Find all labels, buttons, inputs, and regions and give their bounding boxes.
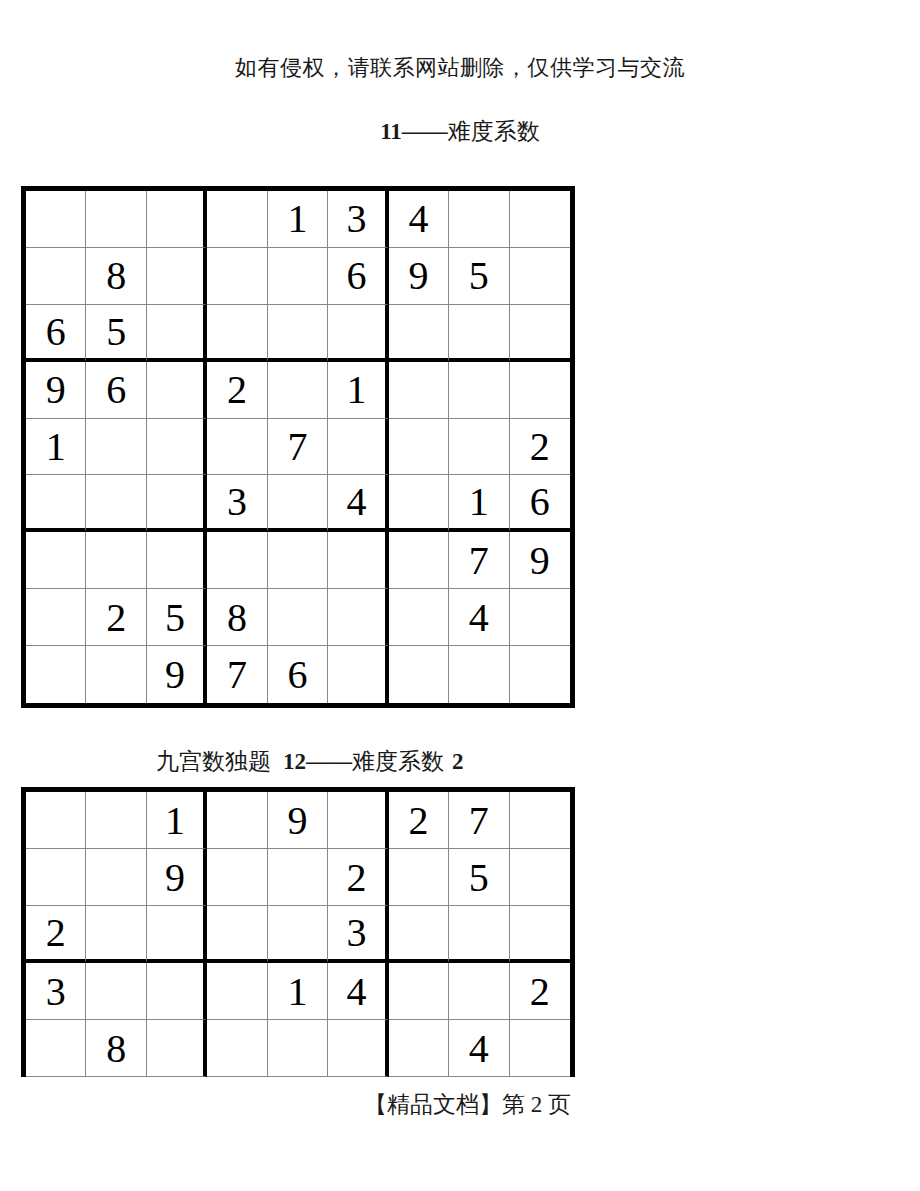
- p1-cell-r3c8: [449, 305, 509, 362]
- p1-cell-r2c5: [268, 248, 328, 305]
- p1-cell-r7c7: [389, 532, 449, 589]
- puzzle1-title-dashes: ——: [402, 119, 448, 144]
- p1-cell-r3c4: [207, 305, 267, 362]
- p1-cell-r1c3: [147, 191, 207, 248]
- p1-cell-r7c4: [207, 532, 267, 589]
- p1-cell-r5c8: [449, 419, 509, 476]
- puzzle2-caption-number: 12: [283, 749, 306, 774]
- p2-cell-r4c9: 2: [510, 963, 570, 1020]
- p1-cell-r1c6: 3: [328, 191, 388, 248]
- page-footer: 【精品文档】第 2 页: [364, 1089, 571, 1120]
- p2-cell-r2c4: [207, 849, 267, 906]
- p1-cell-r2c3: [147, 248, 207, 305]
- p2-cell-r1c2: [86, 792, 146, 849]
- p1-cell-r5c4: [207, 419, 267, 476]
- p2-cell-r4c4: [207, 963, 267, 1020]
- p2-cell-r5c2: 8: [86, 1020, 146, 1077]
- p1-cell-r6c7: [389, 475, 449, 532]
- p1-cell-r3c6: [328, 305, 388, 362]
- p1-cell-r9c2: [86, 646, 146, 703]
- sudoku-grid-2: 192792523314284: [21, 787, 575, 1077]
- p2-cell-r2c9: [510, 849, 570, 906]
- p1-cell-r8c9: [510, 589, 570, 646]
- p1-cell-r8c1: [26, 589, 86, 646]
- p1-cell-r8c5: [268, 589, 328, 646]
- p2-cell-r4c7: [389, 963, 449, 1020]
- p1-cell-r6c9: 6: [510, 475, 570, 532]
- p1-cell-r8c2: 2: [86, 589, 146, 646]
- p1-cell-r2c9: [510, 248, 570, 305]
- p1-cell-r2c4: [207, 248, 267, 305]
- p1-cell-r7c8: 7: [449, 532, 509, 589]
- p2-cell-r1c7: 2: [389, 792, 449, 849]
- p2-cell-r3c3: [147, 906, 207, 963]
- p1-cell-r5c3: [147, 419, 207, 476]
- document-page: 如有侵权，请联系网站删除，仅供学习与交流 11——难度系数 1348695659…: [0, 0, 920, 1191]
- p1-cell-r8c7: [389, 589, 449, 646]
- p1-cell-r4c4: 2: [207, 362, 267, 419]
- sudoku-grid-1: 13486956596211723416792584976: [21, 186, 575, 708]
- p1-cell-r5c2: [86, 419, 146, 476]
- p1-cell-r4c7: [389, 362, 449, 419]
- p2-cell-r5c7: [389, 1020, 449, 1077]
- p2-cell-r3c9: [510, 906, 570, 963]
- p1-cell-r5c7: [389, 419, 449, 476]
- p1-cell-r4c8: [449, 362, 509, 419]
- p2-cell-r1c8: 7: [449, 792, 509, 849]
- p1-cell-r1c4: [207, 191, 267, 248]
- p2-cell-r1c3: 1: [147, 792, 207, 849]
- p1-cell-r9c9: [510, 646, 570, 703]
- p1-cell-r4c6: 1: [328, 362, 388, 419]
- p1-cell-r5c9: 2: [510, 419, 570, 476]
- p2-cell-r3c8: [449, 906, 509, 963]
- p2-cell-r4c1: 3: [26, 963, 86, 1020]
- p2-cell-r2c6: 2: [328, 849, 388, 906]
- p1-cell-r3c1: 6: [26, 305, 86, 362]
- p1-cell-r3c2: 5: [86, 305, 146, 362]
- p1-cell-r9c1: [26, 646, 86, 703]
- p1-cell-r7c3: [147, 532, 207, 589]
- p1-cell-r6c3: [147, 475, 207, 532]
- puzzle2-caption-difficulty: 2: [452, 749, 464, 774]
- puzzle1-title-number: 11: [380, 119, 402, 144]
- p2-cell-r1c9: [510, 792, 570, 849]
- p2-cell-r1c1: [26, 792, 86, 849]
- p1-cell-r4c3: [147, 362, 207, 419]
- p1-cell-r1c2: [86, 191, 146, 248]
- p2-cell-r5c4: [207, 1020, 267, 1077]
- p1-cell-r6c5: [268, 475, 328, 532]
- p1-cell-r1c8: [449, 191, 509, 248]
- p2-cell-r5c1: [26, 1020, 86, 1077]
- p1-cell-r8c6: [328, 589, 388, 646]
- p2-cell-r5c9: [510, 1020, 570, 1077]
- p1-cell-r2c2: 8: [86, 248, 146, 305]
- p1-cell-r4c2: 6: [86, 362, 146, 419]
- p1-cell-r8c3: 5: [147, 589, 207, 646]
- p1-cell-r1c1: [26, 191, 86, 248]
- p2-cell-r2c3: 9: [147, 849, 207, 906]
- p2-cell-r2c2: [86, 849, 146, 906]
- p2-cell-r2c1: [26, 849, 86, 906]
- p2-cell-r5c5: [268, 1020, 328, 1077]
- p1-cell-r2c1: [26, 248, 86, 305]
- p1-cell-r7c6: [328, 532, 388, 589]
- p1-cell-r9c5: 6: [268, 646, 328, 703]
- p2-cell-r2c7: [389, 849, 449, 906]
- p1-cell-r6c4: 3: [207, 475, 267, 532]
- p1-cell-r6c8: 1: [449, 475, 509, 532]
- p1-cell-r3c9: [510, 305, 570, 362]
- p1-cell-r4c5: [268, 362, 328, 419]
- p2-cell-r3c2: [86, 906, 146, 963]
- p2-cell-r5c8: 4: [449, 1020, 509, 1077]
- p1-cell-r9c4: 7: [207, 646, 267, 703]
- p2-cell-r4c2: [86, 963, 146, 1020]
- p1-cell-r8c4: 8: [207, 589, 267, 646]
- p1-cell-r9c8: [449, 646, 509, 703]
- p1-cell-r8c8: 4: [449, 589, 509, 646]
- p2-cell-r3c4: [207, 906, 267, 963]
- puzzle1-title-suffix: 难度系数: [448, 119, 540, 144]
- p1-cell-r9c6: [328, 646, 388, 703]
- p1-cell-r7c2: [86, 532, 146, 589]
- puzzle2-caption-suffix: 难度系数: [352, 749, 444, 774]
- p1-cell-r3c7: [389, 305, 449, 362]
- puzzle2-caption-prefix: 九宫数独题: [156, 749, 271, 774]
- p2-cell-r1c4: [207, 792, 267, 849]
- disclaimer-text: 如有侵权，请联系网站删除，仅供学习与交流: [0, 53, 920, 83]
- p2-cell-r3c5: [268, 906, 328, 963]
- p2-cell-r1c6: [328, 792, 388, 849]
- p1-cell-r5c1: 1: [26, 419, 86, 476]
- p2-cell-r2c5: [268, 849, 328, 906]
- p1-cell-r4c9: [510, 362, 570, 419]
- puzzle1-title: 11——难度系数: [0, 116, 920, 147]
- p1-cell-r7c1: [26, 532, 86, 589]
- p1-cell-r1c5: 1: [268, 191, 328, 248]
- p2-cell-r2c8: 5: [449, 849, 509, 906]
- p1-cell-r9c7: [389, 646, 449, 703]
- p2-cell-r4c6: 4: [328, 963, 388, 1020]
- p1-cell-r2c7: 9: [389, 248, 449, 305]
- p1-cell-r2c8: 5: [449, 248, 509, 305]
- p1-cell-r2c6: 6: [328, 248, 388, 305]
- p2-cell-r3c6: 3: [328, 906, 388, 963]
- p2-cell-r4c5: 1: [268, 963, 328, 1020]
- p2-cell-r4c8: [449, 963, 509, 1020]
- p1-cell-r3c3: [147, 305, 207, 362]
- p1-cell-r7c9: 9: [510, 532, 570, 589]
- p1-cell-r1c9: [510, 191, 570, 248]
- p1-cell-r3c5: [268, 305, 328, 362]
- p1-cell-r1c7: 4: [389, 191, 449, 248]
- p2-cell-r1c5: 9: [268, 792, 328, 849]
- p2-cell-r3c1: 2: [26, 906, 86, 963]
- puzzle2-caption-dashes: ——: [306, 749, 352, 774]
- p1-cell-r9c3: 9: [147, 646, 207, 703]
- p2-cell-r4c3: [147, 963, 207, 1020]
- p2-cell-r5c3: [147, 1020, 207, 1077]
- p1-cell-r6c2: [86, 475, 146, 532]
- p1-cell-r7c5: [268, 532, 328, 589]
- p2-cell-r5c6: [328, 1020, 388, 1077]
- p1-cell-r5c5: 7: [268, 419, 328, 476]
- p2-cell-r3c7: [389, 906, 449, 963]
- p1-cell-r5c6: [328, 419, 388, 476]
- p1-cell-r6c1: [26, 475, 86, 532]
- p1-cell-r6c6: 4: [328, 475, 388, 532]
- p1-cell-r4c1: 9: [26, 362, 86, 419]
